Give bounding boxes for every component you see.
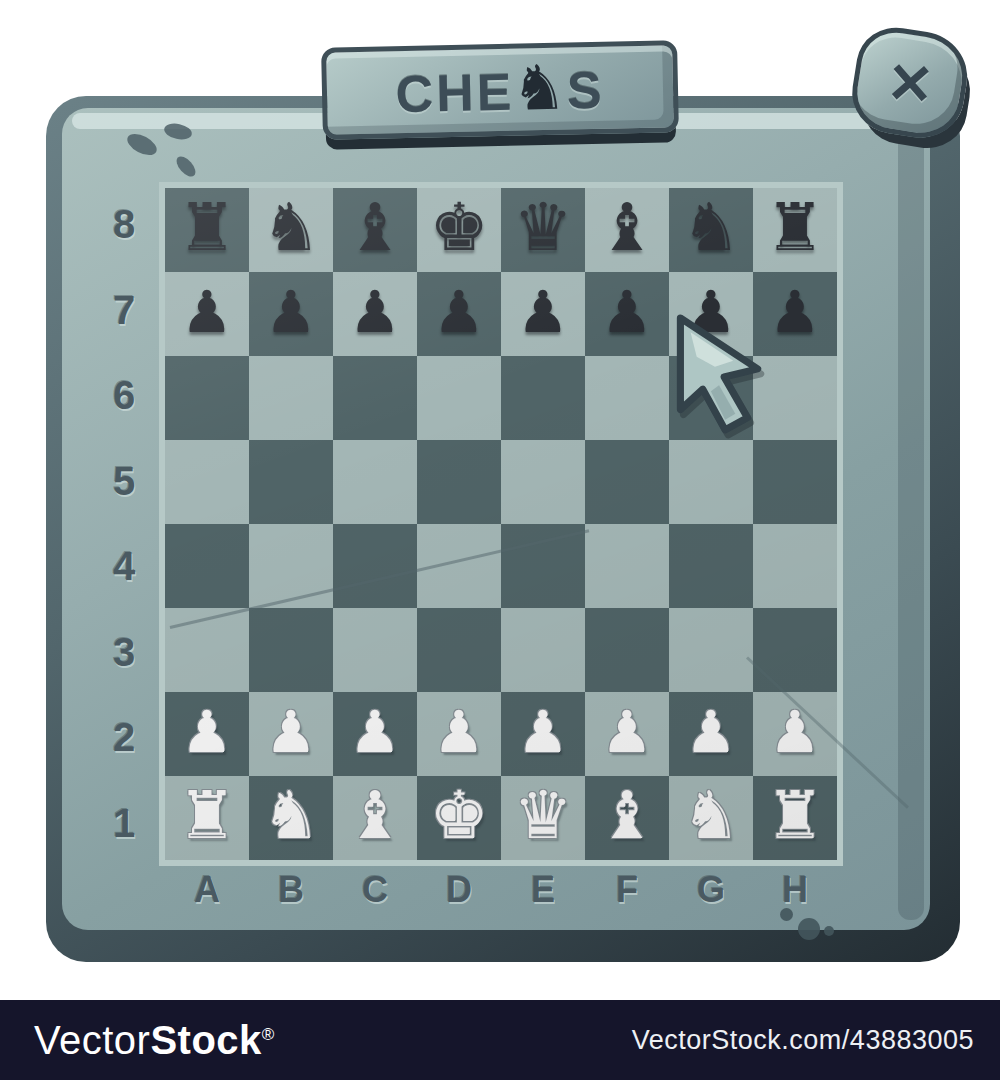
stone-cursor-icon (658, 314, 776, 436)
piece-white-rook[interactable]: ♜ (177, 783, 236, 849)
square-b5[interactable] (249, 440, 333, 524)
piece-black-bishop[interactable]: ♝ (345, 195, 404, 261)
square-a8[interactable]: ♜ (165, 188, 249, 272)
square-d2[interactable]: ♟ (417, 692, 501, 776)
square-g3[interactable] (669, 608, 753, 692)
chess-game-screen: 87654321 ABCDEFGH ♜♞♝♚♛♝♞♜♟♟♟♟♟♟♟♟♟♟♟♟♟♟… (0, 0, 1000, 1080)
square-a2[interactable]: ♟ (165, 692, 249, 776)
square-g1[interactable]: ♞ (669, 776, 753, 860)
piece-black-queen[interactable]: ♛ (513, 195, 572, 261)
square-b2[interactable]: ♟ (249, 692, 333, 776)
file-label-e: E (501, 868, 585, 912)
rank-label-7: 7 (96, 268, 152, 354)
stone-speck (798, 918, 820, 940)
file-label-d: D (417, 868, 501, 912)
square-e1[interactable]: ♛ (501, 776, 585, 860)
square-f5[interactable] (585, 440, 669, 524)
square-d5[interactable] (417, 440, 501, 524)
square-d8[interactable]: ♚ (417, 188, 501, 272)
piece-black-pawn[interactable]: ♟ (769, 283, 821, 341)
piece-white-knight[interactable]: ♞ (261, 783, 320, 849)
square-h2[interactable]: ♟ (753, 692, 837, 776)
square-f3[interactable] (585, 608, 669, 692)
square-e3[interactable] (501, 608, 585, 692)
piece-black-pawn[interactable]: ♟ (265, 283, 317, 341)
square-f4[interactable] (585, 524, 669, 608)
square-c4[interactable] (333, 524, 417, 608)
piece-white-pawn[interactable]: ♟ (349, 703, 401, 761)
square-f2[interactable]: ♟ (585, 692, 669, 776)
square-g8[interactable]: ♞ (669, 188, 753, 272)
piece-white-bishop[interactable]: ♝ (597, 783, 656, 849)
square-d6[interactable] (417, 356, 501, 440)
piece-white-pawn[interactable]: ♟ (769, 703, 821, 761)
square-c2[interactable]: ♟ (333, 692, 417, 776)
piece-black-knight[interactable]: ♞ (261, 195, 320, 261)
square-c7[interactable]: ♟ (333, 272, 417, 356)
piece-black-pawn[interactable]: ♟ (517, 283, 569, 341)
file-label-g: G (669, 868, 753, 912)
square-a3[interactable] (165, 608, 249, 692)
rank-label-5: 5 (96, 439, 152, 525)
piece-white-pawn[interactable]: ♟ (181, 703, 233, 761)
piece-white-pawn[interactable]: ♟ (601, 703, 653, 761)
square-e8[interactable]: ♛ (501, 188, 585, 272)
file-labels: ABCDEFGH (165, 868, 837, 912)
square-c1[interactable]: ♝ (333, 776, 417, 860)
knight-logo-icon: ♞ (510, 51, 570, 125)
square-c6[interactable] (333, 356, 417, 440)
square-h4[interactable] (753, 524, 837, 608)
square-e2[interactable]: ♟ (501, 692, 585, 776)
watermark-bar: VectorStock® VectorStock.com/43883005 (0, 1000, 1000, 1080)
file-label-a: A (165, 868, 249, 912)
piece-black-pawn[interactable]: ♟ (433, 283, 485, 341)
square-f8[interactable]: ♝ (585, 188, 669, 272)
square-d1[interactable]: ♚ (417, 776, 501, 860)
piece-black-rook[interactable]: ♜ (177, 195, 236, 261)
square-e6[interactable] (501, 356, 585, 440)
square-c8[interactable]: ♝ (333, 188, 417, 272)
square-f7[interactable]: ♟ (585, 272, 669, 356)
square-a4[interactable] (165, 524, 249, 608)
piece-black-rook[interactable]: ♜ (765, 195, 824, 261)
square-g4[interactable] (669, 524, 753, 608)
chess-board: ♜♞♝♚♛♝♞♜♟♟♟♟♟♟♟♟♟♟♟♟♟♟♟♟♜♞♝♚♛♝♞♜ (159, 182, 843, 866)
paw-dimple (124, 129, 160, 159)
square-a6[interactable] (165, 356, 249, 440)
paw-dimple (173, 153, 199, 180)
file-label-h: H (753, 868, 837, 912)
rank-label-4: 4 (96, 524, 152, 610)
square-b6[interactable] (249, 356, 333, 440)
piece-white-bishop[interactable]: ♝ (345, 783, 404, 849)
title-banner: CHE♞S (321, 40, 679, 139)
piece-white-queen[interactable]: ♛ (513, 783, 572, 849)
square-h5[interactable] (753, 440, 837, 524)
square-e7[interactable]: ♟ (501, 272, 585, 356)
square-g2[interactable]: ♟ (669, 692, 753, 776)
rank-label-2: 2 (96, 695, 152, 781)
piece-black-knight[interactable]: ♞ (681, 195, 740, 261)
game-title: CHE♞S (395, 56, 605, 124)
piece-white-pawn[interactable]: ♟ (685, 703, 737, 761)
square-h3[interactable] (753, 608, 837, 692)
rank-label-3: 3 (96, 610, 152, 696)
file-label-f: F (585, 868, 669, 912)
square-b8[interactable]: ♞ (249, 188, 333, 272)
watermark-brand: VectorStock® (34, 1018, 275, 1063)
square-a1[interactable]: ♜ (165, 776, 249, 860)
piece-black-pawn[interactable]: ♟ (349, 283, 401, 341)
file-label-b: B (249, 868, 333, 912)
square-b1[interactable]: ♞ (249, 776, 333, 860)
square-c5[interactable] (333, 440, 417, 524)
piece-white-pawn[interactable]: ♟ (265, 703, 317, 761)
rank-label-6: 6 (96, 353, 152, 439)
rank-label-1: 1 (96, 781, 152, 867)
board-grid: ♜♞♝♚♛♝♞♜♟♟♟♟♟♟♟♟♟♟♟♟♟♟♟♟♜♞♝♚♛♝♞♜ (165, 188, 837, 860)
paw-dimple (163, 121, 194, 141)
square-h8[interactable]: ♜ (753, 188, 837, 272)
square-f1[interactable]: ♝ (585, 776, 669, 860)
piece-white-pawn[interactable]: ♟ (433, 703, 485, 761)
square-f6[interactable] (585, 356, 669, 440)
piece-black-bishop[interactable]: ♝ (597, 195, 656, 261)
square-d4[interactable] (417, 524, 501, 608)
square-b3[interactable] (249, 608, 333, 692)
square-d3[interactable] (417, 608, 501, 692)
piece-white-king[interactable]: ♚ (429, 783, 488, 849)
square-b7[interactable]: ♟ (249, 272, 333, 356)
square-g5[interactable] (669, 440, 753, 524)
close-icon: ✕ (884, 49, 935, 117)
piece-black-pawn[interactable]: ♟ (181, 283, 233, 341)
rank-label-8: 8 (96, 182, 152, 268)
file-label-c: C (333, 868, 417, 912)
rank-labels: 87654321 (96, 182, 152, 866)
square-h1[interactable]: ♜ (753, 776, 837, 860)
square-a7[interactable]: ♟ (165, 272, 249, 356)
square-c3[interactable] (333, 608, 417, 692)
piece-black-pawn[interactable]: ♟ (601, 283, 653, 341)
piece-white-pawn[interactable]: ♟ (517, 703, 569, 761)
stone-speck (824, 926, 834, 936)
piece-black-king[interactable]: ♚ (429, 195, 488, 261)
square-b4[interactable] (249, 524, 333, 608)
square-a5[interactable] (165, 440, 249, 524)
piece-white-rook[interactable]: ♜ (765, 783, 824, 849)
piece-white-knight[interactable]: ♞ (681, 783, 740, 849)
square-e5[interactable] (501, 440, 585, 524)
watermark-credit: VectorStock.com/43883005 (632, 1025, 974, 1056)
square-e4[interactable] (501, 524, 585, 608)
square-d7[interactable]: ♟ (417, 272, 501, 356)
